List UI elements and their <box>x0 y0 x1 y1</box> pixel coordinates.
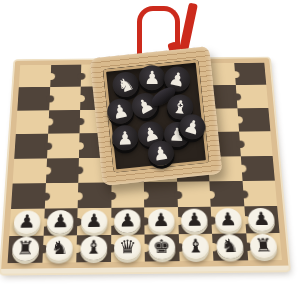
piece-symbol: ♜ <box>254 236 273 255</box>
white-piece-b[interactable]: ♝ <box>80 236 107 261</box>
white-piece-r[interactable]: ♜ <box>11 237 39 262</box>
square-a7[interactable] <box>17 87 49 110</box>
black-piece-p[interactable]: ♟ <box>139 65 165 90</box>
square-b1[interactable]: ♞ <box>42 235 77 263</box>
piece-symbol: ♚ <box>153 237 171 256</box>
piece-storage-box[interactable]: ♞♟♟♟♟♝♟♟♟♟♟ <box>90 46 223 186</box>
white-piece-n[interactable]: ♞ <box>216 235 244 259</box>
piece-symbol: ♟ <box>219 210 237 228</box>
white-piece-p[interactable]: ♟ <box>114 209 140 233</box>
square-c1[interactable]: ♝ <box>76 235 110 263</box>
red-cord-strap <box>179 3 198 52</box>
chess-set-photo: ♟♟♟♟♟♟♟♟♜♞♝♛♚♝♞♜ ♞♟♟♟♟♝♟♟♟♟♟ <box>0 0 298 298</box>
square-g2[interactable]: ♟ <box>211 207 246 234</box>
black-piece-p[interactable]: ♟ <box>105 96 136 126</box>
square-a5[interactable] <box>14 134 47 159</box>
white-piece-p[interactable]: ♟ <box>13 210 41 234</box>
white-piece-p[interactable]: ♟ <box>248 208 276 232</box>
piece-symbol: ♝ <box>187 237 205 256</box>
black-piece-p[interactable]: ♟ <box>112 125 139 151</box>
square-e1[interactable]: ♚ <box>145 234 180 262</box>
piece-symbol: ♟ <box>152 211 170 229</box>
square-d2[interactable]: ♟ <box>111 208 145 235</box>
white-piece-p[interactable]: ♟ <box>81 210 108 234</box>
piece-symbol: ♟ <box>119 211 137 229</box>
white-piece-n[interactable]: ♞ <box>46 237 74 262</box>
square-a8[interactable] <box>19 65 51 88</box>
piece-symbol: ♟ <box>51 212 69 230</box>
square-e2[interactable]: ♟ <box>144 207 178 234</box>
white-piece-p[interactable]: ♟ <box>214 208 242 232</box>
square-f2[interactable]: ♟ <box>177 207 212 234</box>
square-g1[interactable]: ♞ <box>212 233 248 261</box>
piece-symbol: ♟ <box>186 210 204 228</box>
square-d3[interactable] <box>111 182 144 208</box>
piece-symbol: ♟ <box>85 211 103 229</box>
piece-symbol: ♛ <box>119 238 137 257</box>
square-b2[interactable]: ♟ <box>43 208 77 235</box>
piece-symbol: ♞ <box>220 237 239 256</box>
white-piece-p[interactable]: ♟ <box>181 208 208 232</box>
white-piece-p[interactable]: ♟ <box>148 209 175 233</box>
square-a1[interactable]: ♜ <box>8 235 44 263</box>
square-h2[interactable]: ♟ <box>244 206 280 233</box>
piece-symbol: ♝ <box>85 238 103 257</box>
box-interior: ♞♟♟♟♟♝♟♟♟♟♟ <box>103 59 209 172</box>
square-c2[interactable]: ♟ <box>77 208 111 235</box>
white-piece-k[interactable]: ♚ <box>148 235 175 259</box>
square-h1[interactable]: ♜ <box>246 233 282 261</box>
square-a6[interactable] <box>16 110 49 134</box>
piece-symbol: ♟ <box>18 212 36 230</box>
square-e3[interactable] <box>144 182 178 208</box>
white-piece-b[interactable]: ♝ <box>182 235 210 259</box>
square-a4[interactable] <box>13 158 47 183</box>
piece-symbol: ♞ <box>50 238 68 257</box>
square-d1[interactable]: ♛ <box>111 234 145 262</box>
square-a3[interactable] <box>11 183 45 209</box>
piece-symbol: ♜ <box>16 239 35 258</box>
square-f1[interactable]: ♝ <box>178 233 213 261</box>
white-piece-q[interactable]: ♛ <box>114 236 141 261</box>
white-piece-r[interactable]: ♜ <box>250 234 279 258</box>
white-piece-p[interactable]: ♟ <box>47 210 74 234</box>
square-a2[interactable]: ♟ <box>9 209 44 236</box>
piece-symbol: ♟ <box>252 210 271 228</box>
